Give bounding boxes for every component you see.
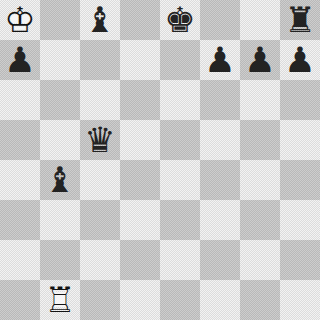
- square-g1[interactable]: [240, 280, 280, 320]
- black-pawn-glyph: ♟: [0, 40, 40, 80]
- square-d3[interactable]: [120, 200, 160, 240]
- black-pawn-glyph: ♟: [280, 40, 320, 80]
- square-b5[interactable]: [40, 120, 80, 160]
- square-b3[interactable]: [40, 200, 80, 240]
- square-d6[interactable]: [120, 80, 160, 120]
- square-d2[interactable]: [120, 240, 160, 280]
- square-f5[interactable]: [200, 120, 240, 160]
- chess-board: ♚♔♝♚♜♟♟♟♟♛♝♜♖: [0, 0, 320, 320]
- square-e4[interactable]: [160, 160, 200, 200]
- black-pawn[interactable]: ♟: [0, 40, 40, 80]
- square-f4[interactable]: [200, 160, 240, 200]
- white-king[interactable]: ♚♔: [0, 0, 40, 40]
- square-f6[interactable]: [200, 80, 240, 120]
- square-e7[interactable]: [160, 40, 200, 80]
- square-g2[interactable]: [240, 240, 280, 280]
- square-f7[interactable]: ♟: [200, 40, 240, 80]
- square-c8[interactable]: ♝: [80, 0, 120, 40]
- black-bishop-glyph: ♝: [40, 160, 80, 200]
- square-b4[interactable]: ♝: [40, 160, 80, 200]
- square-a2[interactable]: [0, 240, 40, 280]
- square-e1[interactable]: [160, 280, 200, 320]
- square-h8[interactable]: ♜: [280, 0, 320, 40]
- square-b7[interactable]: [40, 40, 80, 80]
- square-d4[interactable]: [120, 160, 160, 200]
- square-a6[interactable]: [0, 80, 40, 120]
- square-c6[interactable]: [80, 80, 120, 120]
- square-e6[interactable]: [160, 80, 200, 120]
- black-bishop[interactable]: ♝: [80, 0, 120, 40]
- square-e8[interactable]: ♚: [160, 0, 200, 40]
- square-h5[interactable]: [280, 120, 320, 160]
- black-bishop[interactable]: ♝: [40, 160, 80, 200]
- black-pawn-glyph: ♟: [200, 40, 240, 80]
- black-rook-glyph: ♜: [280, 0, 320, 40]
- square-c2[interactable]: [80, 240, 120, 280]
- square-f1[interactable]: [200, 280, 240, 320]
- black-pawn[interactable]: ♟: [240, 40, 280, 80]
- square-h2[interactable]: [280, 240, 320, 280]
- square-c3[interactable]: [80, 200, 120, 240]
- white-king-glyph: ♔: [0, 0, 40, 40]
- square-g7[interactable]: ♟: [240, 40, 280, 80]
- square-h7[interactable]: ♟: [280, 40, 320, 80]
- black-rook[interactable]: ♜: [280, 0, 320, 40]
- square-c7[interactable]: [80, 40, 120, 80]
- square-h3[interactable]: [280, 200, 320, 240]
- square-a8[interactable]: ♚♔: [0, 0, 40, 40]
- square-h4[interactable]: [280, 160, 320, 200]
- white-rook[interactable]: ♜♖: [40, 280, 80, 320]
- black-king-glyph: ♚: [160, 0, 200, 40]
- square-d8[interactable]: [120, 0, 160, 40]
- square-c1[interactable]: [80, 280, 120, 320]
- square-b1[interactable]: ♜♖: [40, 280, 80, 320]
- square-h6[interactable]: [280, 80, 320, 120]
- square-d1[interactable]: [120, 280, 160, 320]
- black-pawn-glyph: ♟: [240, 40, 280, 80]
- square-a4[interactable]: [0, 160, 40, 200]
- square-b2[interactable]: [40, 240, 80, 280]
- square-f2[interactable]: [200, 240, 240, 280]
- square-e3[interactable]: [160, 200, 200, 240]
- square-f3[interactable]: [200, 200, 240, 240]
- square-a7[interactable]: ♟: [0, 40, 40, 80]
- white-rook-glyph: ♖: [40, 280, 80, 320]
- square-g6[interactable]: [240, 80, 280, 120]
- square-e5[interactable]: [160, 120, 200, 160]
- square-g8[interactable]: [240, 0, 280, 40]
- square-e2[interactable]: [160, 240, 200, 280]
- square-b6[interactable]: [40, 80, 80, 120]
- square-f8[interactable]: [200, 0, 240, 40]
- black-pawn[interactable]: ♟: [280, 40, 320, 80]
- black-bishop-glyph: ♝: [80, 0, 120, 40]
- square-g3[interactable]: [240, 200, 280, 240]
- square-b8[interactable]: [40, 0, 80, 40]
- square-a5[interactable]: [0, 120, 40, 160]
- black-king[interactable]: ♚: [160, 0, 200, 40]
- square-a1[interactable]: [0, 280, 40, 320]
- black-pawn[interactable]: ♟: [200, 40, 240, 80]
- square-a3[interactable]: [0, 200, 40, 240]
- square-g4[interactable]: [240, 160, 280, 200]
- square-h1[interactable]: [280, 280, 320, 320]
- black-queen-glyph: ♛: [80, 120, 120, 160]
- black-queen[interactable]: ♛: [80, 120, 120, 160]
- square-c5[interactable]: ♛: [80, 120, 120, 160]
- square-d5[interactable]: [120, 120, 160, 160]
- square-d7[interactable]: [120, 40, 160, 80]
- square-g5[interactable]: [240, 120, 280, 160]
- square-c4[interactable]: [80, 160, 120, 200]
